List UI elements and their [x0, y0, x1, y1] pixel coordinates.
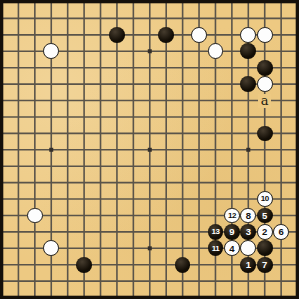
go-diagram: 12345678910111213a: [0, 0, 299, 299]
stone-black-R15: [257, 60, 273, 76]
stone-white-D16: [43, 43, 59, 59]
move-number: 5: [262, 210, 267, 220]
move-number: 12: [228, 211, 236, 220]
stone-black-F3: [76, 257, 92, 273]
move-number: 10: [261, 195, 269, 204]
move-number: 13: [212, 228, 220, 237]
move-number: 4: [229, 243, 234, 253]
move-3-stone-black-Q5: 3: [240, 224, 256, 240]
move-4-stone-white-P4: 4: [224, 240, 240, 256]
move-11-stone-black-N4: 11: [208, 240, 224, 256]
move-number: 9: [229, 227, 234, 237]
stone-white-R17: [257, 27, 273, 43]
move-number: 3: [246, 227, 251, 237]
move-number: 2: [262, 227, 267, 237]
stone-white-Q4: [240, 240, 256, 256]
move-13-stone-black-N5: 13: [208, 224, 224, 240]
move-12-stone-white-P6: 12: [224, 208, 240, 224]
move-number: 8: [246, 210, 251, 220]
stone-black-Q16: [240, 43, 256, 59]
stone-white-C6: [27, 208, 43, 224]
move-2-stone-white-R5: 2: [257, 224, 273, 240]
stone-black-R11: [257, 126, 273, 142]
stone-black-H17: [109, 27, 125, 43]
stone-white-D4: [43, 240, 59, 256]
move-number: 6: [279, 227, 284, 237]
stone-black-L17: [158, 27, 174, 43]
go-board[interactable]: 12345678910111213a: [0, 0, 299, 299]
move-7-stone-black-R3: 7: [257, 257, 273, 273]
stone-white-N17: [191, 27, 207, 43]
move-9-stone-black-P5: 9: [224, 224, 240, 240]
move-6-stone-white-S5: 6: [273, 224, 289, 240]
stone-white-R14: [257, 76, 273, 92]
stone-black-Q14: [240, 76, 256, 92]
move-1-stone-black-Q3: 1: [240, 257, 256, 273]
move-number: 11: [212, 244, 219, 253]
move-number: 7: [262, 260, 267, 270]
stone-black-R4: [257, 240, 273, 256]
move-8-stone-white-Q6: 8: [240, 208, 256, 224]
move-number: 1: [246, 260, 251, 270]
stone-white-Q17: [240, 27, 256, 43]
stone-white-O16: [208, 43, 224, 59]
stone-black-M3: [175, 257, 191, 273]
move-5-stone-black-R6: 5: [257, 208, 273, 224]
move-10-stone-white-R7: 10: [257, 191, 273, 207]
point-label-a-R13[interactable]: a: [258, 94, 271, 108]
